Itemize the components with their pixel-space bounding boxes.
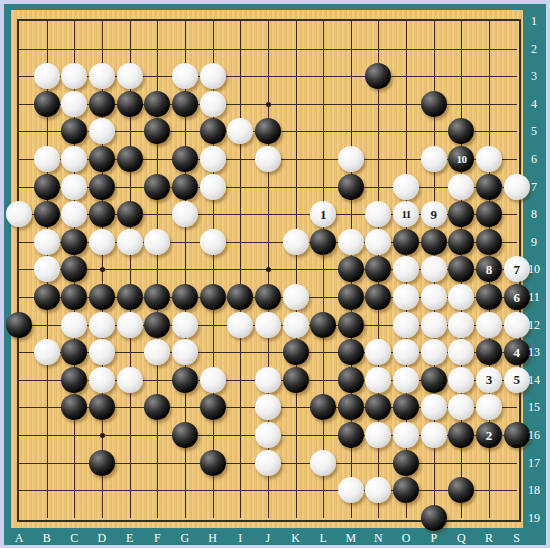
stone-black[interactable] [476, 339, 502, 365]
stone-black-move-2[interactable]: 2 [476, 422, 502, 448]
stone-white[interactable] [476, 394, 502, 420]
row-label-14: 14 [522, 372, 546, 388]
stone-white[interactable] [89, 339, 115, 365]
stone-black[interactable] [172, 284, 198, 310]
row-label-12: 12 [522, 317, 546, 333]
stone-white[interactable] [172, 63, 198, 89]
stone-black[interactable] [61, 284, 87, 310]
move-number-label: 9 [431, 208, 438, 221]
stone-black[interactable] [255, 118, 281, 144]
stone-black[interactable] [338, 284, 364, 310]
stone-white[interactable] [448, 339, 474, 365]
col-label-G: G [174, 530, 196, 546]
go-board[interactable]: 1011198764352 [11, 10, 523, 528]
hoshi-point [266, 267, 271, 272]
stone-black[interactable] [144, 394, 170, 420]
stone-black[interactable] [89, 450, 115, 476]
stone-white[interactable] [61, 174, 87, 200]
stone-white-move-3[interactable]: 3 [476, 367, 502, 393]
stone-white[interactable] [227, 118, 253, 144]
stone-black[interactable] [393, 477, 419, 503]
stone-white[interactable] [61, 91, 87, 117]
grid-line-h [19, 490, 517, 491]
stone-black[interactable] [448, 256, 474, 282]
move-number-label: 2 [486, 429, 493, 442]
col-label-R: R [478, 530, 500, 546]
stone-black-move-8[interactable]: 8 [476, 256, 502, 282]
row-label-4: 4 [522, 96, 546, 112]
stone-black[interactable] [338, 394, 364, 420]
stone-white[interactable] [283, 284, 309, 310]
stone-black[interactable] [172, 146, 198, 172]
stone-white[interactable] [365, 422, 391, 448]
grid-line-v [323, 21, 324, 518]
stone-white-move-1[interactable]: 1 [310, 201, 336, 227]
stone-white[interactable] [448, 367, 474, 393]
stone-black[interactable] [61, 394, 87, 420]
stone-white[interactable] [421, 312, 447, 338]
stone-white[interactable] [393, 422, 419, 448]
stone-black[interactable] [476, 201, 502, 227]
stone-black[interactable] [144, 284, 170, 310]
stone-black[interactable] [421, 229, 447, 255]
stone-white[interactable] [89, 229, 115, 255]
stone-white[interactable] [117, 63, 143, 89]
stone-black[interactable] [61, 339, 87, 365]
stone-white[interactable] [283, 312, 309, 338]
move-number-label: 7 [513, 263, 520, 276]
stone-white[interactable] [34, 63, 60, 89]
stone-black[interactable] [255, 284, 281, 310]
move-number-label: 6 [513, 291, 520, 304]
stone-white[interactable] [200, 367, 226, 393]
col-label-J: J [257, 530, 279, 546]
stone-white[interactable] [34, 256, 60, 282]
stone-white[interactable] [283, 229, 309, 255]
stone-white[interactable] [255, 394, 281, 420]
move-number-label: 10 [456, 154, 466, 165]
stone-white[interactable] [117, 367, 143, 393]
stone-black[interactable] [448, 477, 474, 503]
stone-black[interactable] [421, 91, 447, 117]
stone-black[interactable] [144, 118, 170, 144]
stone-white[interactable] [200, 63, 226, 89]
stone-black[interactable] [338, 339, 364, 365]
hoshi-point [266, 102, 271, 107]
stone-black[interactable] [476, 174, 502, 200]
row-label-8: 8 [522, 206, 546, 222]
stone-black[interactable] [393, 229, 419, 255]
stone-black[interactable] [476, 284, 502, 310]
stone-black[interactable] [310, 312, 336, 338]
move-number-label: 5 [513, 373, 520, 386]
stone-black[interactable] [338, 256, 364, 282]
stone-white[interactable] [393, 174, 419, 200]
stone-black[interactable] [448, 201, 474, 227]
stone-black[interactable] [393, 450, 419, 476]
stone-white[interactable] [255, 312, 281, 338]
stone-white[interactable] [448, 312, 474, 338]
row-label-16: 16 [522, 427, 546, 443]
stone-white[interactable] [393, 256, 419, 282]
stone-black[interactable] [200, 450, 226, 476]
stone-black[interactable] [338, 422, 364, 448]
col-label-L: L [312, 530, 334, 546]
stone-white[interactable] [421, 339, 447, 365]
col-label-N: N [367, 530, 389, 546]
row-label-7: 7 [522, 179, 546, 195]
stone-black[interactable] [448, 422, 474, 448]
col-label-D: D [91, 530, 113, 546]
stone-white[interactable] [200, 229, 226, 255]
stone-white[interactable] [144, 339, 170, 365]
stone-white[interactable] [448, 394, 474, 420]
stone-black[interactable] [89, 146, 115, 172]
stone-black[interactable] [89, 174, 115, 200]
stone-white[interactable] [89, 312, 115, 338]
stone-black-move-10[interactable]: 10 [448, 146, 474, 172]
stone-black[interactable] [172, 91, 198, 117]
col-label-S: S [506, 530, 528, 546]
stone-black[interactable] [144, 312, 170, 338]
stone-white[interactable] [200, 174, 226, 200]
stone-white[interactable] [365, 201, 391, 227]
stone-black[interactable] [89, 284, 115, 310]
stone-white[interactable] [338, 229, 364, 255]
stone-white[interactable] [338, 477, 364, 503]
stone-black[interactable] [338, 312, 364, 338]
stone-white[interactable] [365, 477, 391, 503]
stone-black[interactable] [172, 174, 198, 200]
stone-black[interactable] [283, 367, 309, 393]
stone-black[interactable] [144, 174, 170, 200]
row-label-13: 13 [522, 344, 546, 360]
stone-black[interactable] [89, 394, 115, 420]
stone-black[interactable] [421, 505, 447, 531]
stone-white[interactable] [34, 146, 60, 172]
stone-black[interactable] [338, 174, 364, 200]
stone-white[interactable] [255, 367, 281, 393]
stone-white[interactable] [61, 201, 87, 227]
row-label-10: 10 [522, 261, 546, 277]
col-label-P: P [423, 530, 445, 546]
move-number-label: 11 [401, 209, 410, 220]
stone-white[interactable] [338, 146, 364, 172]
stone-black[interactable] [338, 367, 364, 393]
stone-white-move-9[interactable]: 9 [421, 201, 447, 227]
stone-white[interactable] [172, 201, 198, 227]
hoshi-point [100, 433, 105, 438]
stone-black[interactable] [200, 118, 226, 144]
col-label-I: I [229, 530, 251, 546]
move-number-label: 1 [320, 208, 327, 221]
stone-black[interactable] [421, 367, 447, 393]
move-number-label: 8 [486, 263, 493, 276]
stone-black[interactable] [172, 422, 198, 448]
row-label-2: 2 [522, 41, 546, 57]
col-label-Q: Q [450, 530, 472, 546]
stone-black[interactable] [283, 339, 309, 365]
go-board-window: 1011198764352 ABCDEFGHIJKLMNOPQRS 123456… [0, 0, 550, 548]
row-label-15: 15 [522, 399, 546, 415]
stone-black[interactable] [34, 91, 60, 117]
hoshi-point [100, 267, 105, 272]
stone-white[interactable] [89, 367, 115, 393]
stone-white[interactable] [34, 339, 60, 365]
col-label-O: O [395, 530, 417, 546]
stone-black[interactable] [34, 284, 60, 310]
stone-white[interactable] [200, 146, 226, 172]
stone-white[interactable] [172, 312, 198, 338]
stone-white[interactable] [117, 312, 143, 338]
stone-white[interactable] [476, 146, 502, 172]
stone-white[interactable] [61, 63, 87, 89]
stone-white[interactable] [448, 284, 474, 310]
stone-white[interactable] [255, 450, 281, 476]
move-number-label: 3 [486, 373, 493, 386]
col-label-E: E [119, 530, 141, 546]
stone-white[interactable] [200, 91, 226, 117]
stone-black[interactable] [89, 201, 115, 227]
stone-white[interactable] [476, 312, 502, 338]
stone-white[interactable] [421, 256, 447, 282]
stone-black[interactable] [365, 256, 391, 282]
stone-white[interactable] [255, 146, 281, 172]
row-label-3: 3 [522, 68, 546, 84]
stone-white[interactable] [117, 229, 143, 255]
col-label-H: H [202, 530, 224, 546]
stone-black[interactable] [117, 284, 143, 310]
stone-black[interactable] [172, 367, 198, 393]
move-number-label: 4 [513, 346, 520, 359]
stone-black[interactable] [89, 91, 115, 117]
stone-white[interactable] [393, 339, 419, 365]
stone-black[interactable] [200, 284, 226, 310]
row-label-11: 11 [522, 289, 546, 305]
row-label-5: 5 [522, 123, 546, 139]
stone-black[interactable] [117, 91, 143, 117]
col-label-M: M [340, 530, 362, 546]
stone-black[interactable] [310, 394, 336, 420]
stone-white[interactable] [227, 312, 253, 338]
stone-white[interactable] [393, 367, 419, 393]
col-label-C: C [63, 530, 85, 546]
row-label-6: 6 [522, 151, 546, 167]
stone-white[interactable] [89, 63, 115, 89]
stone-black[interactable] [448, 118, 474, 144]
stone-white[interactable] [172, 339, 198, 365]
stone-white[interactable] [393, 284, 419, 310]
stone-black[interactable] [61, 367, 87, 393]
stone-black[interactable] [61, 256, 87, 282]
col-label-F: F [146, 530, 168, 546]
row-label-9: 9 [522, 234, 546, 250]
stone-white[interactable] [34, 229, 60, 255]
stone-white[interactable] [144, 229, 170, 255]
stone-black[interactable] [144, 91, 170, 117]
stone-white[interactable] [421, 146, 447, 172]
stone-white[interactable] [61, 146, 87, 172]
grid-line-v [296, 21, 297, 518]
stone-black[interactable] [365, 284, 391, 310]
stone-black[interactable] [34, 174, 60, 200]
stone-black[interactable] [34, 201, 60, 227]
col-label-K: K [285, 530, 307, 546]
stone-white[interactable] [255, 422, 281, 448]
stone-white[interactable] [89, 118, 115, 144]
stone-white[interactable] [421, 422, 447, 448]
stone-black[interactable] [365, 394, 391, 420]
stone-white[interactable] [6, 201, 32, 227]
stone-black[interactable] [227, 284, 253, 310]
stone-white[interactable] [365, 367, 391, 393]
stone-white[interactable] [421, 394, 447, 420]
stone-white[interactable] [448, 174, 474, 200]
row-label-19: 19 [522, 510, 546, 526]
stone-black[interactable] [365, 63, 391, 89]
stone-black[interactable] [476, 229, 502, 255]
row-label-17: 17 [522, 455, 546, 471]
stone-black[interactable] [448, 229, 474, 255]
row-label-1: 1 [522, 13, 546, 29]
stone-black[interactable] [117, 146, 143, 172]
stone-black[interactable] [6, 312, 32, 338]
stone-black[interactable] [117, 201, 143, 227]
stone-black[interactable] [310, 229, 336, 255]
col-label-A: A [8, 530, 30, 546]
stone-black[interactable] [393, 394, 419, 420]
stone-white[interactable] [393, 312, 419, 338]
stone-white[interactable] [421, 284, 447, 310]
stone-white[interactable] [310, 450, 336, 476]
stone-white[interactable] [365, 339, 391, 365]
col-label-B: B [36, 530, 58, 546]
stone-white-move-11[interactable]: 11 [393, 201, 419, 227]
stone-white[interactable] [365, 229, 391, 255]
stone-black[interactable] [200, 394, 226, 420]
stone-black[interactable] [61, 229, 87, 255]
stone-black[interactable] [61, 118, 87, 144]
stone-white[interactable] [61, 312, 87, 338]
row-label-18: 18 [522, 482, 546, 498]
